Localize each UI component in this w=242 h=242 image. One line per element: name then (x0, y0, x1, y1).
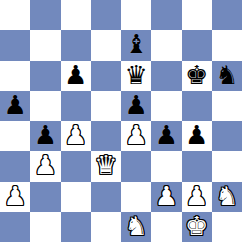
square-c5[interactable] (61, 91, 91, 121)
square-f3[interactable] (151, 151, 181, 181)
black-pawn-piece: ♟ (185, 122, 208, 148)
square-c2[interactable] (61, 182, 91, 212)
square-a2[interactable]: ♟ (0, 182, 30, 212)
square-e2[interactable] (121, 182, 151, 212)
square-g5[interactable] (182, 91, 212, 121)
square-g7[interactable] (182, 30, 212, 60)
white-knight-piece: ♞ (124, 213, 147, 239)
black-pawn-piece: ♟ (124, 92, 147, 118)
square-h4[interactable] (212, 121, 242, 151)
square-b1[interactable] (30, 212, 60, 242)
square-h5[interactable] (212, 91, 242, 121)
square-f1[interactable] (151, 212, 181, 242)
square-b8[interactable] (30, 0, 60, 30)
white-king-piece: ♚ (185, 213, 208, 239)
square-e4[interactable]: ♟ (121, 121, 151, 151)
square-c8[interactable] (61, 0, 91, 30)
white-queen-piece: ♛ (94, 152, 117, 178)
square-d8[interactable] (91, 0, 121, 30)
black-king-piece: ♚ (185, 62, 208, 88)
square-c6[interactable]: ♟ (61, 61, 91, 91)
square-d5[interactable] (91, 91, 121, 121)
square-e7[interactable]: ♝ (121, 30, 151, 60)
square-g1[interactable]: ♚ (182, 212, 212, 242)
white-pawn-piece: ♟ (155, 183, 178, 209)
black-pawn-piece: ♟ (34, 122, 57, 148)
black-bishop-piece: ♝ (124, 31, 147, 57)
square-f7[interactable] (151, 30, 181, 60)
square-d6[interactable] (91, 61, 121, 91)
black-queen-piece: ♛ (124, 62, 147, 88)
white-knight-piece: ♞ (215, 183, 238, 209)
square-b6[interactable] (30, 61, 60, 91)
square-d1[interactable] (91, 212, 121, 242)
square-d3[interactable]: ♛ (91, 151, 121, 181)
square-f6[interactable] (151, 61, 181, 91)
white-pawn-piece: ♟ (124, 122, 147, 148)
square-h1[interactable] (212, 212, 242, 242)
white-pawn-piece: ♟ (185, 183, 208, 209)
square-f2[interactable]: ♟ (151, 182, 181, 212)
square-a4[interactable] (0, 121, 30, 151)
square-c4[interactable]: ♟ (61, 121, 91, 151)
square-h6[interactable]: ♞ (212, 61, 242, 91)
square-h7[interactable] (212, 30, 242, 60)
square-a3[interactable] (0, 151, 30, 181)
black-pawn-piece: ♟ (3, 92, 26, 118)
square-b5[interactable] (30, 91, 60, 121)
square-g6[interactable]: ♚ (182, 61, 212, 91)
white-pawn-piece: ♟ (3, 183, 26, 209)
square-h3[interactable] (212, 151, 242, 181)
black-pawn-piece: ♟ (64, 62, 87, 88)
square-b3[interactable]: ♟ (30, 151, 60, 181)
square-b4[interactable]: ♟ (30, 121, 60, 151)
square-b7[interactable] (30, 30, 60, 60)
square-a8[interactable] (0, 0, 30, 30)
square-a5[interactable]: ♟ (0, 91, 30, 121)
square-f8[interactable] (151, 0, 181, 30)
square-h8[interactable] (212, 0, 242, 30)
square-c7[interactable] (61, 30, 91, 60)
white-pawn-piece: ♟ (34, 152, 57, 178)
square-a6[interactable] (0, 61, 30, 91)
square-e8[interactable] (121, 0, 151, 30)
chess-board: ♝♟♛♚♞♟♟♟♟♟♟♟♟♛♟♟♟♞♞♚ (0, 0, 242, 242)
square-b2[interactable] (30, 182, 60, 212)
square-d4[interactable] (91, 121, 121, 151)
square-e1[interactable]: ♞ (121, 212, 151, 242)
square-d7[interactable] (91, 30, 121, 60)
white-pawn-piece: ♟ (64, 122, 87, 148)
square-a1[interactable] (0, 212, 30, 242)
square-d2[interactable] (91, 182, 121, 212)
black-knight-piece: ♞ (215, 62, 238, 88)
square-g8[interactable] (182, 0, 212, 30)
square-g4[interactable]: ♟ (182, 121, 212, 151)
square-g3[interactable] (182, 151, 212, 181)
square-e6[interactable]: ♛ (121, 61, 151, 91)
square-g2[interactable]: ♟ (182, 182, 212, 212)
chess-board-wrap: ♝♟♛♚♞♟♟♟♟♟♟♟♟♛♟♟♟♞♞♚ (0, 0, 242, 242)
square-f4[interactable]: ♟ (151, 121, 181, 151)
square-c1[interactable] (61, 212, 91, 242)
square-h2[interactable]: ♞ (212, 182, 242, 212)
square-a7[interactable] (0, 30, 30, 60)
black-pawn-piece: ♟ (155, 122, 178, 148)
square-e5[interactable]: ♟ (121, 91, 151, 121)
square-c3[interactable] (61, 151, 91, 181)
square-f5[interactable] (151, 91, 181, 121)
square-e3[interactable] (121, 151, 151, 181)
